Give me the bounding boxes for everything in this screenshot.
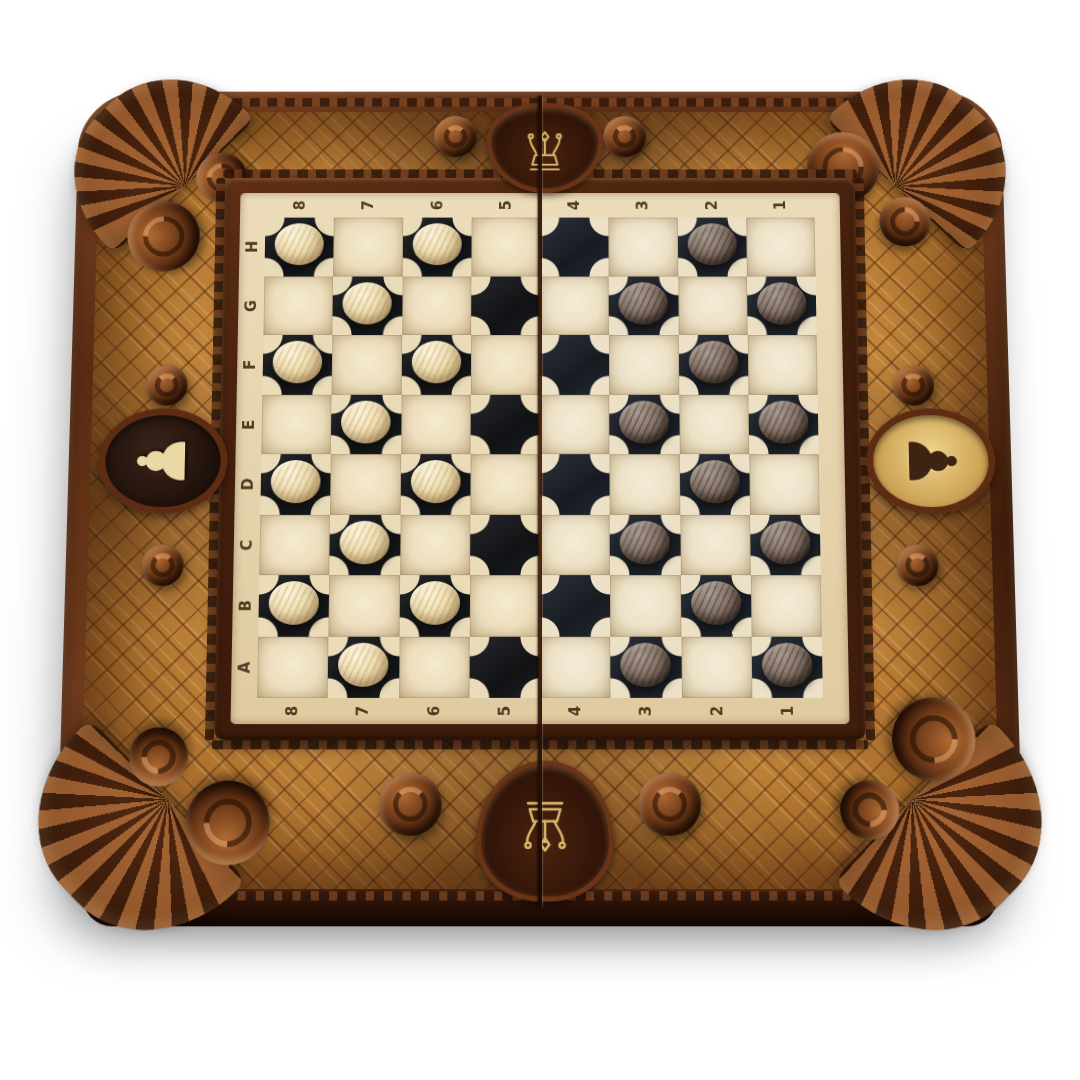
scroll-volute-icon [434,116,477,157]
light-checker[interactable] [271,460,321,503]
dark-checker[interactable] [689,460,739,503]
light-checker[interactable] [338,643,389,687]
square-E7[interactable] [331,394,401,454]
square-D3[interactable] [610,454,680,514]
square-C6[interactable] [400,514,470,575]
square-F8[interactable] [262,335,332,394]
light-checker[interactable] [341,400,391,443]
square-D8[interactable] [260,454,331,514]
square-H4[interactable] [540,218,609,276]
square-C1[interactable] [750,514,821,575]
square-B5[interactable] [470,575,540,636]
square-H8[interactable] [264,218,334,276]
light-pawn-icon: ♟ [130,432,197,490]
square-F6[interactable] [401,335,471,394]
square-C2[interactable] [680,514,751,575]
dark-checker[interactable] [757,282,807,324]
crown-icon-inverted [502,788,587,874]
dark-checker[interactable] [620,521,670,564]
square-B1[interactable] [751,575,822,636]
light-checker[interactable] [269,581,320,625]
square-A5[interactable] [469,636,540,698]
light-checker[interactable] [275,224,325,266]
square-H1[interactable] [746,218,816,276]
square-B7[interactable] [329,575,400,636]
crown-icon [510,117,580,179]
scroll-volute-icon [896,544,939,586]
square-E8[interactable] [261,394,331,454]
square-D4[interactable] [540,454,610,514]
square-B3[interactable] [610,575,681,636]
dark-checker[interactable] [758,400,808,443]
checkers-case: 87654321 87654321 HGFEDCBA HGFEDCBA [56,92,1025,912]
square-E6[interactable] [401,394,471,454]
scroll-volute-icon [603,116,646,157]
square-G6[interactable] [402,276,471,335]
dark-checker[interactable] [621,643,672,687]
square-D7[interactable] [330,454,400,514]
square-C8[interactable] [259,514,330,575]
scroll-volute-icon [379,773,442,836]
square-A7[interactable] [328,636,399,698]
square-A8[interactable] [257,636,329,698]
square-F4[interactable] [540,335,609,394]
square-E4[interactable] [540,394,610,454]
square-C7[interactable] [329,514,400,575]
light-checker[interactable] [273,341,323,383]
square-E5[interactable] [470,394,540,454]
square-H5[interactable] [471,218,540,276]
light-checker[interactable] [343,282,393,324]
light-checker[interactable] [410,460,460,503]
square-F5[interactable] [471,335,540,394]
light-checker[interactable] [412,224,461,266]
square-G3[interactable] [609,276,678,335]
photo-scene: 87654321 87654321 HGFEDCBA HGFEDCBA [0,0,1080,1080]
square-A4[interactable] [540,636,611,698]
square-H7[interactable] [333,218,402,276]
square-B4[interactable] [540,575,610,636]
dark-checker[interactable] [760,521,811,564]
square-A3[interactable] [610,636,681,698]
case-fold-seam [538,95,542,907]
square-C5[interactable] [470,514,540,575]
square-A1[interactable] [751,636,823,698]
scroll-volute-icon [638,773,701,836]
square-G2[interactable] [678,276,748,335]
square-D2[interactable] [679,454,749,514]
square-A6[interactable] [399,636,470,698]
dark-checker[interactable] [688,341,738,383]
square-B8[interactable] [258,575,329,636]
dark-pawn-icon: ♟ [897,432,964,490]
square-D6[interactable] [400,454,470,514]
pawn-cartouche-right: ♟ [865,408,997,514]
light-checker[interactable] [340,521,390,564]
square-F2[interactable] [678,335,748,394]
square-H3[interactable] [609,218,678,276]
square-E3[interactable] [609,394,679,454]
square-G1[interactable] [747,276,817,335]
dark-checker[interactable] [762,643,813,687]
light-checker[interactable] [409,581,459,625]
square-H6[interactable] [402,218,471,276]
square-C4[interactable] [540,514,610,575]
light-checker[interactable] [411,341,461,383]
square-G8[interactable] [263,276,333,335]
square-A2[interactable] [681,636,752,698]
square-E2[interactable] [679,394,749,454]
square-F1[interactable] [747,335,817,394]
square-D1[interactable] [749,454,820,514]
square-B2[interactable] [680,575,751,636]
dark-checker[interactable] [619,400,669,443]
square-F3[interactable] [609,335,679,394]
square-D5[interactable] [470,454,540,514]
square-F7[interactable] [332,335,402,394]
square-C3[interactable] [610,514,680,575]
dark-checker[interactable] [619,282,668,324]
square-G4[interactable] [540,276,609,335]
square-G5[interactable] [471,276,540,335]
square-B6[interactable] [399,575,470,636]
scroll-volute-icon [892,365,934,406]
square-H2[interactable] [677,218,746,276]
dark-checker[interactable] [687,224,736,266]
dark-checker[interactable] [691,581,742,625]
square-G7[interactable] [333,276,403,335]
square-E1[interactable] [748,394,818,454]
